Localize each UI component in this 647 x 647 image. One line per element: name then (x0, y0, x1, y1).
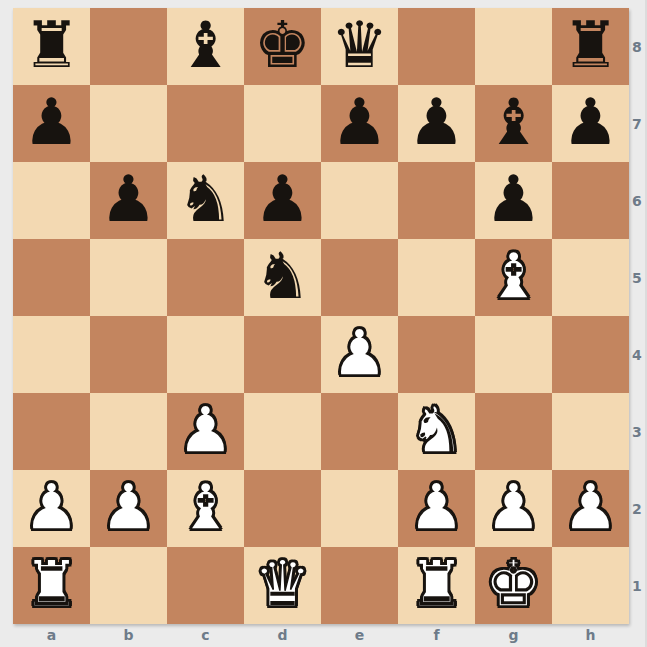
square-f5[interactable] (398, 239, 475, 316)
square-c7[interactable] (167, 85, 244, 162)
white-pawn[interactable]: ♟ (100, 475, 157, 539)
black-knight[interactable]: ♞ (177, 167, 234, 231)
square-a4[interactable] (13, 316, 90, 393)
square-g8[interactable] (475, 8, 552, 85)
square-d8[interactable]: ♚ (244, 8, 321, 85)
square-h7[interactable]: ♟ (552, 85, 629, 162)
square-b1[interactable] (90, 547, 167, 624)
black-pawn[interactable]: ♟ (331, 90, 388, 154)
square-e4[interactable]: ♟ (321, 316, 398, 393)
square-e1[interactable] (321, 547, 398, 624)
square-e2[interactable] (321, 470, 398, 547)
black-rook[interactable]: ♜ (562, 13, 619, 77)
square-a6[interactable] (13, 162, 90, 239)
black-king[interactable]: ♚ (254, 13, 311, 77)
square-g6[interactable]: ♟ (475, 162, 552, 239)
white-king[interactable]: ♚ (485, 552, 542, 616)
square-e6[interactable] (321, 162, 398, 239)
black-bishop[interactable]: ♝ (177, 13, 234, 77)
square-g5[interactable]: ♝ (475, 239, 552, 316)
file-label-c: c (167, 625, 244, 647)
file-label-d: d (244, 625, 321, 647)
square-c3[interactable]: ♟ (167, 393, 244, 470)
square-c2[interactable]: ♝ (167, 470, 244, 547)
square-d4[interactable] (244, 316, 321, 393)
square-c6[interactable]: ♞ (167, 162, 244, 239)
white-pawn[interactable]: ♟ (177, 398, 234, 462)
square-a7[interactable]: ♟ (13, 85, 90, 162)
file-label-e: e (321, 625, 398, 647)
square-d7[interactable] (244, 85, 321, 162)
square-d5[interactable]: ♞ (244, 239, 321, 316)
square-f8[interactable] (398, 8, 475, 85)
square-a8[interactable]: ♜ (13, 8, 90, 85)
square-g4[interactable] (475, 316, 552, 393)
black-pawn[interactable]: ♟ (100, 167, 157, 231)
black-pawn[interactable]: ♟ (23, 90, 80, 154)
white-rook[interactable]: ♜ (408, 552, 465, 616)
square-f7[interactable]: ♟ (398, 85, 475, 162)
square-b5[interactable] (90, 239, 167, 316)
square-b2[interactable]: ♟ (90, 470, 167, 547)
square-f6[interactable] (398, 162, 475, 239)
chess-board: ♜♝♚♛♜♟♟♟♝♟♟♞♟♟♞♝♟♟♞♟♟♝♟♟♟♜♛♜♚ (13, 8, 629, 624)
square-e5[interactable] (321, 239, 398, 316)
square-h4[interactable] (552, 316, 629, 393)
black-queen[interactable]: ♛ (331, 13, 388, 77)
square-h1[interactable] (552, 547, 629, 624)
square-b7[interactable] (90, 85, 167, 162)
square-g3[interactable] (475, 393, 552, 470)
square-c8[interactable]: ♝ (167, 8, 244, 85)
black-pawn[interactable]: ♟ (485, 167, 542, 231)
white-pawn[interactable]: ♟ (562, 475, 619, 539)
square-c4[interactable] (167, 316, 244, 393)
file-labels: abcdefgh (13, 625, 629, 647)
square-a5[interactable] (13, 239, 90, 316)
white-queen[interactable]: ♛ (254, 552, 311, 616)
black-pawn[interactable]: ♟ (254, 167, 311, 231)
file-label-a: a (13, 625, 90, 647)
square-f3[interactable]: ♞ (398, 393, 475, 470)
square-a2[interactable]: ♟ (13, 470, 90, 547)
square-d2[interactable] (244, 470, 321, 547)
file-label-h: h (552, 625, 629, 647)
white-bishop[interactable]: ♝ (177, 475, 234, 539)
file-label-g: g (475, 625, 552, 647)
file-label-f: f (398, 625, 475, 647)
square-b4[interactable] (90, 316, 167, 393)
square-g7[interactable]: ♝ (475, 85, 552, 162)
square-e3[interactable] (321, 393, 398, 470)
white-pawn[interactable]: ♟ (23, 475, 80, 539)
square-f1[interactable]: ♜ (398, 547, 475, 624)
square-e8[interactable]: ♛ (321, 8, 398, 85)
white-pawn[interactable]: ♟ (408, 475, 465, 539)
square-g1[interactable]: ♚ (475, 547, 552, 624)
black-pawn[interactable]: ♟ (562, 90, 619, 154)
square-g2[interactable]: ♟ (475, 470, 552, 547)
square-b8[interactable] (90, 8, 167, 85)
square-f4[interactable] (398, 316, 475, 393)
white-bishop[interactable]: ♝ (485, 244, 542, 308)
square-a3[interactable] (13, 393, 90, 470)
white-pawn[interactable]: ♟ (331, 321, 388, 385)
square-h5[interactable] (552, 239, 629, 316)
black-knight[interactable]: ♞ (254, 244, 311, 308)
square-c5[interactable] (167, 239, 244, 316)
white-knight[interactable]: ♞ (408, 398, 465, 462)
square-e7[interactable]: ♟ (321, 85, 398, 162)
square-a1[interactable]: ♜ (13, 547, 90, 624)
white-rook[interactable]: ♜ (23, 552, 80, 616)
black-bishop[interactable]: ♝ (485, 90, 542, 154)
square-d6[interactable]: ♟ (244, 162, 321, 239)
black-rook[interactable]: ♜ (23, 13, 80, 77)
square-h8[interactable]: ♜ (552, 8, 629, 85)
square-h6[interactable] (552, 162, 629, 239)
square-d1[interactable]: ♛ (244, 547, 321, 624)
file-label-b: b (90, 625, 167, 647)
black-pawn[interactable]: ♟ (408, 90, 465, 154)
square-d3[interactable] (244, 393, 321, 470)
square-h2[interactable]: ♟ (552, 470, 629, 547)
square-c1[interactable] (167, 547, 244, 624)
square-f2[interactable]: ♟ (398, 470, 475, 547)
white-pawn[interactable]: ♟ (485, 475, 542, 539)
square-b3[interactable] (90, 393, 167, 470)
square-h3[interactable] (552, 393, 629, 470)
square-b6[interactable]: ♟ (90, 162, 167, 239)
